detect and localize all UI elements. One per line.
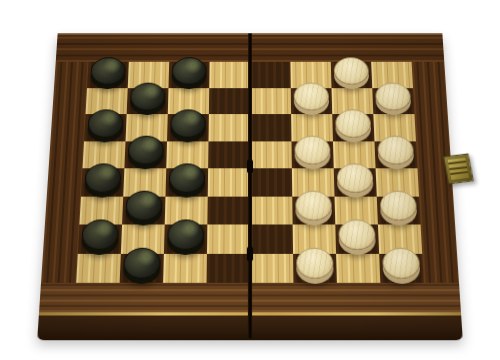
square-r2c2[interactable] bbox=[127, 88, 169, 114]
square-r6c2[interactable] bbox=[122, 196, 165, 224]
square-r4c2[interactable] bbox=[124, 141, 167, 168]
dark-piece[interactable] bbox=[130, 83, 166, 111]
dark-piece[interactable] bbox=[81, 219, 119, 249]
square-r1c3[interactable] bbox=[169, 62, 210, 88]
square-r6c6[interactable] bbox=[292, 196, 335, 224]
square-r7c1[interactable] bbox=[78, 224, 122, 253]
light-piece[interactable] bbox=[334, 57, 370, 84]
square-r8c7[interactable] bbox=[336, 253, 380, 282]
square-r8c4[interactable] bbox=[207, 253, 250, 282]
square-r1c1[interactable] bbox=[87, 62, 129, 88]
square-r5c7[interactable] bbox=[334, 168, 377, 196]
square-r5c3[interactable] bbox=[165, 168, 208, 196]
square-r2c8[interactable] bbox=[372, 88, 414, 114]
dark-piece[interactable] bbox=[125, 191, 162, 221]
square-r2c6[interactable] bbox=[291, 88, 332, 114]
square-r8c1[interactable] bbox=[76, 253, 121, 282]
square-r2c5[interactable] bbox=[250, 88, 291, 114]
square-r4c8[interactable] bbox=[374, 141, 417, 168]
square-r3c1[interactable] bbox=[84, 114, 127, 141]
square-r1c4[interactable] bbox=[209, 62, 250, 88]
square-r8c3[interactable] bbox=[163, 253, 207, 282]
square-r6c5[interactable] bbox=[250, 196, 293, 224]
square-r2c4[interactable] bbox=[209, 88, 250, 114]
square-r4c6[interactable] bbox=[291, 141, 333, 168]
light-piece[interactable] bbox=[377, 136, 414, 165]
dark-piece[interactable] bbox=[123, 248, 161, 279]
dark-piece[interactable] bbox=[167, 219, 204, 249]
square-r8c6[interactable] bbox=[293, 253, 337, 282]
square-r7c5[interactable] bbox=[250, 224, 293, 253]
folding-checkers-board bbox=[37, 33, 462, 338]
hinge-gap bbox=[248, 33, 252, 338]
square-r6c4[interactable] bbox=[207, 196, 250, 224]
square-r3c4[interactable] bbox=[209, 114, 250, 141]
dark-piece[interactable] bbox=[84, 163, 121, 192]
square-r7c3[interactable] bbox=[164, 224, 207, 253]
light-piece[interactable] bbox=[338, 219, 376, 249]
square-r5c5[interactable] bbox=[250, 168, 292, 196]
square-r8c8[interactable] bbox=[379, 253, 424, 282]
square-r5c4[interactable] bbox=[208, 168, 250, 196]
square-r4c5[interactable] bbox=[250, 141, 292, 168]
light-piece[interactable] bbox=[382, 248, 421, 279]
dark-piece[interactable] bbox=[128, 136, 165, 165]
dark-piece[interactable] bbox=[90, 57, 126, 84]
square-r1c5[interactable] bbox=[250, 62, 291, 88]
light-piece[interactable] bbox=[294, 136, 330, 165]
square-r8c5[interactable] bbox=[250, 253, 293, 282]
light-piece[interactable] bbox=[375, 83, 411, 111]
dark-piece[interactable] bbox=[172, 57, 207, 84]
square-r5c1[interactable] bbox=[81, 168, 124, 196]
square-r1c7[interactable] bbox=[331, 62, 372, 88]
square-r3c3[interactable] bbox=[167, 114, 209, 141]
square-r7c7[interactable] bbox=[335, 224, 379, 253]
square-r7c4[interactable] bbox=[207, 224, 250, 253]
square-r3c5[interactable] bbox=[250, 114, 291, 141]
light-piece[interactable] bbox=[335, 109, 371, 137]
light-piece[interactable] bbox=[380, 191, 418, 221]
light-piece[interactable] bbox=[337, 163, 374, 192]
dark-piece[interactable] bbox=[170, 109, 206, 137]
light-piece[interactable] bbox=[296, 248, 334, 279]
light-piece[interactable] bbox=[294, 83, 330, 111]
square-r6c8[interactable] bbox=[377, 196, 421, 224]
square-r3c7[interactable] bbox=[332, 114, 374, 141]
light-piece[interactable] bbox=[295, 191, 332, 221]
dark-piece[interactable] bbox=[169, 163, 206, 192]
board-scene bbox=[48, 22, 452, 338]
dark-piece[interactable] bbox=[87, 109, 124, 137]
square-r8c2[interactable] bbox=[120, 253, 164, 282]
square-r4c4[interactable] bbox=[208, 141, 250, 168]
brass-latch[interactable] bbox=[443, 153, 474, 184]
